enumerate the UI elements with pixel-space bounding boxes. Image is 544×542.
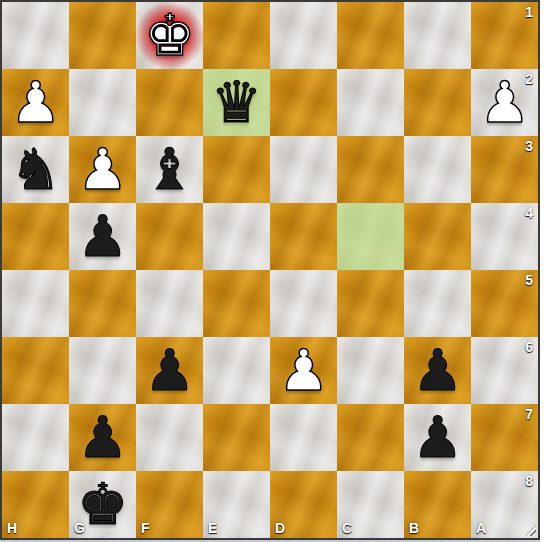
square-e5[interactable]	[203, 270, 270, 337]
square-a7[interactable]: 7	[471, 404, 538, 471]
square-f1[interactable]: ♚	[136, 2, 203, 69]
rank-label-3: 3	[525, 138, 533, 154]
black-king[interactable]: ♚	[69, 471, 136, 538]
rank-label-4: 4	[525, 205, 533, 221]
square-h2[interactable]: ♟	[2, 69, 69, 136]
chess-board: ♚1♟♛♟2♞♟♝3♟45♟♟♟6♟♟7H♚GFEDCB8A	[2, 2, 538, 538]
square-d2[interactable]	[270, 69, 337, 136]
square-g6[interactable]	[69, 337, 136, 404]
rank-label-6: 6	[525, 339, 533, 355]
square-d5[interactable]	[270, 270, 337, 337]
square-d7[interactable]	[270, 404, 337, 471]
square-g3[interactable]: ♟	[69, 136, 136, 203]
file-label-f: F	[141, 520, 150, 536]
file-label-e: E	[208, 520, 217, 536]
white-king[interactable]: ♚	[136, 2, 203, 69]
black-pawn[interactable]: ♟	[404, 404, 471, 471]
square-g2[interactable]	[69, 69, 136, 136]
square-d1[interactable]	[270, 2, 337, 69]
square-f3[interactable]: ♝	[136, 136, 203, 203]
square-f7[interactable]	[136, 404, 203, 471]
square-a4[interactable]: 4	[471, 203, 538, 270]
black-knight[interactable]: ♞	[2, 136, 69, 203]
square-h4[interactable]	[2, 203, 69, 270]
square-b4[interactable]	[404, 203, 471, 270]
rank-label-1: 1	[525, 4, 533, 20]
square-a2[interactable]: ♟2	[471, 69, 538, 136]
square-c8[interactable]: C	[337, 471, 404, 538]
square-h7[interactable]	[2, 404, 69, 471]
square-a5[interactable]: 5	[471, 270, 538, 337]
white-pawn[interactable]: ♟	[471, 69, 538, 136]
square-b8[interactable]: B	[404, 471, 471, 538]
square-c3[interactable]	[337, 136, 404, 203]
square-e2[interactable]: ♛	[203, 69, 270, 136]
square-b1[interactable]	[404, 2, 471, 69]
rank-label-5: 5	[525, 272, 533, 288]
chess-board-frame: ♚1♟♛♟2♞♟♝3♟45♟♟♟6♟♟7H♚GFEDCB8A	[0, 0, 540, 540]
black-bishop[interactable]: ♝	[136, 136, 203, 203]
rank-label-8: 8	[525, 473, 533, 489]
square-g4[interactable]: ♟	[69, 203, 136, 270]
square-a8[interactable]: 8A	[471, 471, 538, 538]
square-e8[interactable]: E	[203, 471, 270, 538]
square-c2[interactable]	[337, 69, 404, 136]
square-d6[interactable]: ♟	[270, 337, 337, 404]
square-e1[interactable]	[203, 2, 270, 69]
black-pawn[interactable]: ♟	[69, 404, 136, 471]
square-b7[interactable]: ♟	[404, 404, 471, 471]
file-label-c: C	[342, 520, 352, 536]
black-pawn[interactable]: ♟	[136, 337, 203, 404]
square-b6[interactable]: ♟	[404, 337, 471, 404]
rank-label-7: 7	[525, 406, 533, 422]
square-g5[interactable]	[69, 270, 136, 337]
white-pawn[interactable]: ♟	[69, 136, 136, 203]
square-a1[interactable]: 1	[471, 2, 538, 69]
square-a3[interactable]: 3	[471, 136, 538, 203]
black-pawn[interactable]: ♟	[404, 337, 471, 404]
square-c7[interactable]	[337, 404, 404, 471]
square-c6[interactable]	[337, 337, 404, 404]
square-f8[interactable]: F	[136, 471, 203, 538]
square-h5[interactable]	[2, 270, 69, 337]
square-d3[interactable]	[270, 136, 337, 203]
square-c1[interactable]	[337, 2, 404, 69]
square-b2[interactable]	[404, 69, 471, 136]
square-e3[interactable]	[203, 136, 270, 203]
square-f6[interactable]: ♟	[136, 337, 203, 404]
square-g1[interactable]	[69, 2, 136, 69]
square-f2[interactable]	[136, 69, 203, 136]
square-h8[interactable]: H	[2, 471, 69, 538]
square-d4[interactable]	[270, 203, 337, 270]
file-label-b: B	[409, 520, 419, 536]
square-f5[interactable]	[136, 270, 203, 337]
file-label-h: H	[7, 520, 17, 536]
square-e6[interactable]	[203, 337, 270, 404]
square-e4[interactable]	[203, 203, 270, 270]
black-pawn[interactable]: ♟	[69, 203, 136, 270]
square-b3[interactable]	[404, 136, 471, 203]
square-h1[interactable]	[2, 2, 69, 69]
square-h6[interactable]	[2, 337, 69, 404]
square-e7[interactable]	[203, 404, 270, 471]
file-label-d: D	[275, 520, 285, 536]
square-g8[interactable]: ♚G	[69, 471, 136, 538]
white-pawn[interactable]: ♟	[2, 69, 69, 136]
square-d8[interactable]: D	[270, 471, 337, 538]
square-c4[interactable]	[337, 203, 404, 270]
square-h3[interactable]: ♞	[2, 136, 69, 203]
square-g7[interactable]: ♟	[69, 404, 136, 471]
file-label-a: A	[476, 520, 486, 536]
square-c5[interactable]	[337, 270, 404, 337]
last-move-highlight	[337, 203, 404, 270]
white-pawn[interactable]: ♟	[270, 337, 337, 404]
square-b5[interactable]	[404, 270, 471, 337]
black-queen[interactable]: ♛	[203, 69, 270, 136]
board-resize-handle-icon[interactable]	[525, 525, 536, 536]
square-a6[interactable]: 6	[471, 337, 538, 404]
square-f4[interactable]	[136, 203, 203, 270]
